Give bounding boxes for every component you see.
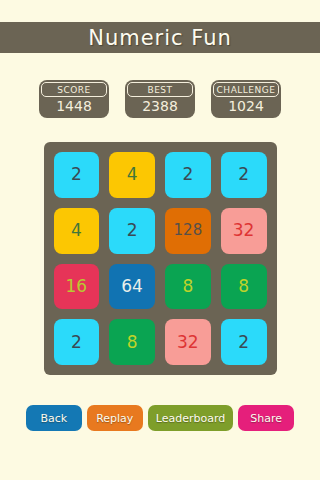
tile-r2c4-32: 32 (221, 208, 267, 254)
challenge-label: CHALLENGE (213, 82, 279, 97)
replay-button[interactable]: Replay (87, 405, 143, 431)
game-board[interactable]: 2422421283216648828322 (44, 142, 277, 375)
tile-r3c1-16: 16 (54, 264, 100, 310)
score-label: SCORE (41, 82, 107, 97)
tile-r1c2-4: 4 (109, 152, 155, 198)
title-bar: Numeric Fun (0, 22, 320, 53)
tile-r4c4-2: 2 (221, 319, 267, 365)
best-panel: BEST 2388 (125, 80, 195, 118)
tile-r2c3-128: 128 (165, 208, 211, 254)
back-button[interactable]: Back (26, 405, 82, 431)
challenge-panel: CHALLENGE 1024 (211, 80, 281, 118)
challenge-value: 1024 (213, 97, 279, 116)
score-value: 1448 (41, 97, 107, 116)
best-value: 2388 (127, 97, 193, 116)
tile-r3c2-64: 64 (109, 264, 155, 310)
tile-r1c4-2: 2 (221, 152, 267, 198)
share-button[interactable]: Share (238, 405, 294, 431)
tile-r4c2-8: 8 (109, 319, 155, 365)
tile-r2c1-4: 4 (54, 208, 100, 254)
tile-r3c3-8: 8 (165, 264, 211, 310)
tile-r1c3-2: 2 (165, 152, 211, 198)
stats-row: SCORE 1448 BEST 2388 CHALLENGE 1024 (0, 80, 320, 118)
tile-r2c2-2: 2 (109, 208, 155, 254)
tile-r3c4-8: 8 (221, 264, 267, 310)
app-title: Numeric Fun (88, 26, 232, 50)
best-label: BEST (127, 82, 193, 97)
score-panel: SCORE 1448 (39, 80, 109, 118)
tile-r1c1-2: 2 (54, 152, 100, 198)
action-bar: Back Replay Leaderboard Share (0, 405, 320, 431)
tile-r4c1-2: 2 (54, 319, 100, 365)
leaderboard-button[interactable]: Leaderboard (148, 405, 233, 431)
tile-r4c3-32: 32 (165, 319, 211, 365)
